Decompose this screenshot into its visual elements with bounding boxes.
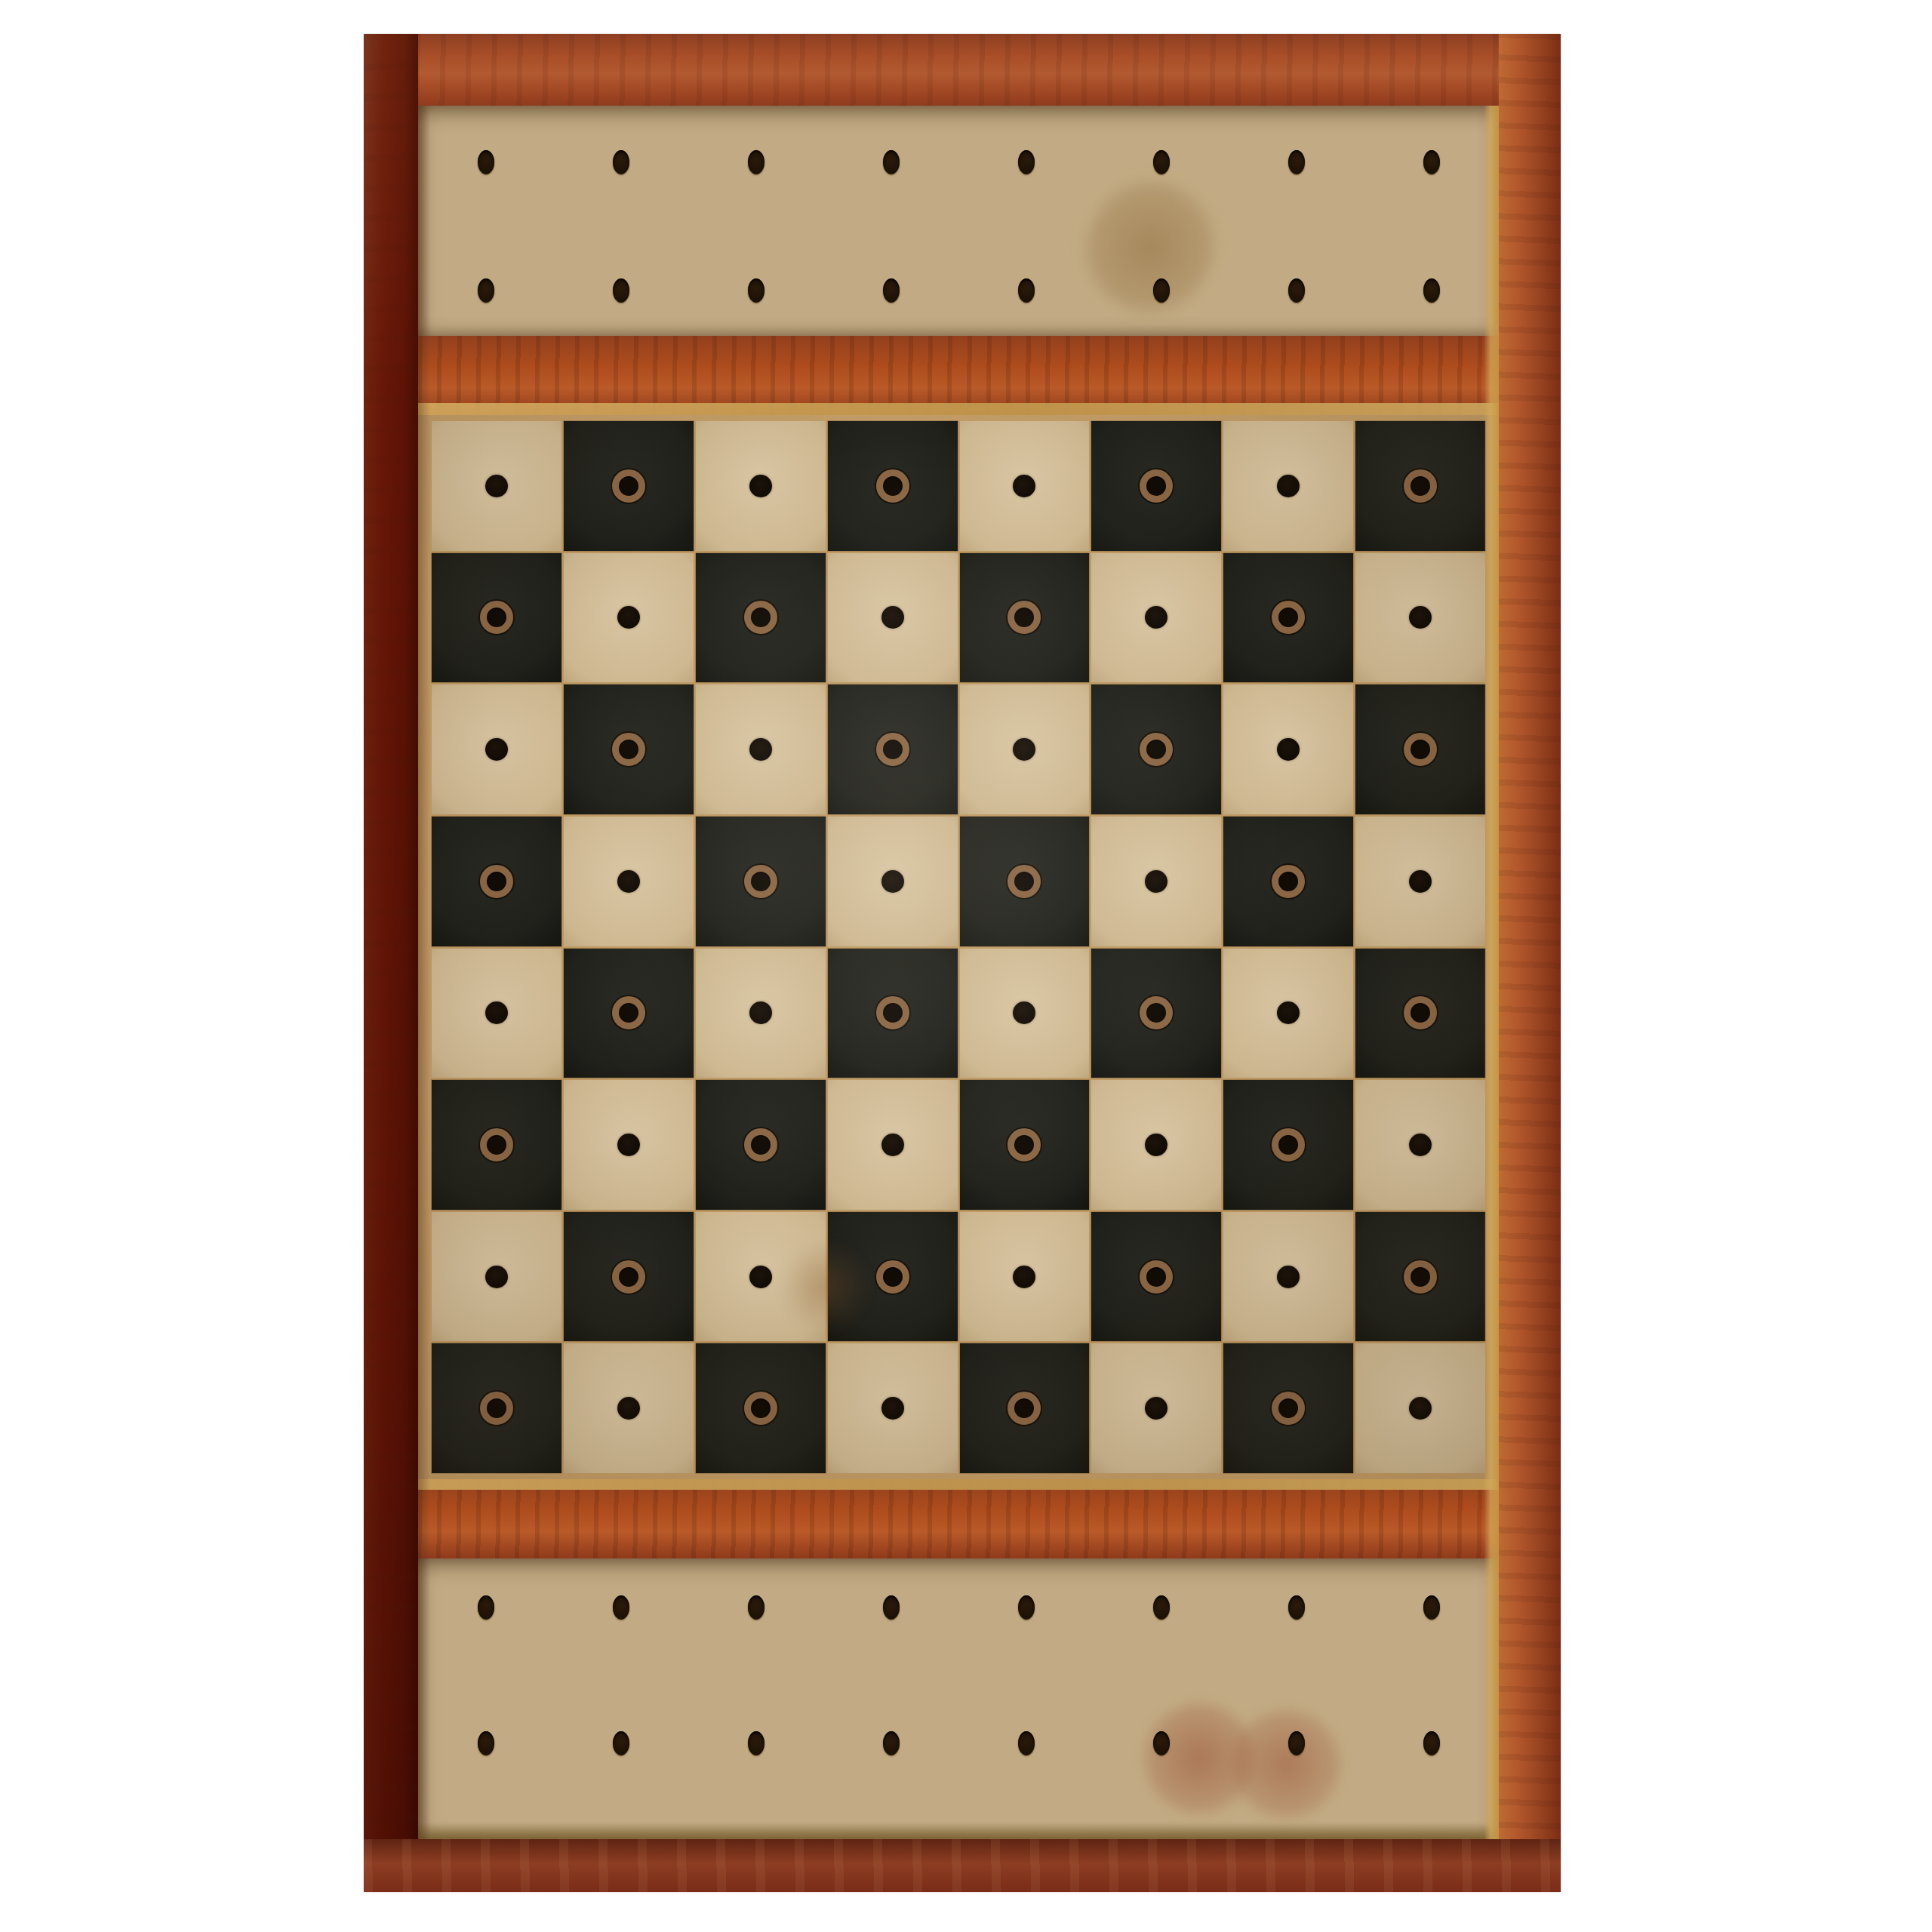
peg-hole-g1 — [1272, 1392, 1305, 1425]
square-b4 — [564, 949, 694, 1078]
peg-hole-d4 — [876, 996, 909, 1029]
square-e4 — [960, 949, 1090, 1078]
storage-tray-top — [418, 106, 1499, 336]
square-g8 — [1223, 421, 1353, 551]
peg-hole-h4 — [1404, 996, 1437, 1029]
tray-stain-diamond — [1057, 154, 1243, 341]
peg-hole-b2 — [612, 1260, 645, 1294]
peg-hole-f4 — [1140, 996, 1173, 1029]
square-c8 — [696, 421, 826, 551]
square-g6 — [1223, 685, 1353, 814]
peg-hole-e5 — [1008, 865, 1041, 898]
tray-hole-bottom-r2-c1 — [478, 1731, 494, 1755]
peg-hole-a7 — [480, 601, 513, 634]
peg-hole-d3 — [881, 1134, 904, 1156]
square-g4 — [1223, 949, 1353, 1078]
peg-hole-c3 — [744, 1128, 777, 1161]
peg-hole-g8 — [1277, 475, 1300, 497]
peg-hole-h2 — [1404, 1260, 1437, 1294]
tray-hole-bottom-r1-c8 — [1423, 1595, 1440, 1620]
peg-hole-d2 — [876, 1260, 909, 1294]
separator-bar-bottom — [418, 1479, 1499, 1558]
square-d7 — [828, 553, 958, 683]
square-g3 — [1223, 1080, 1353, 1210]
square-e1 — [960, 1343, 1090, 1473]
tray-hole-top-r2-c6 — [1153, 278, 1170, 303]
square-d2 — [828, 1212, 958, 1342]
peg-hole-b7 — [617, 606, 640, 629]
peg-hole-g3 — [1272, 1128, 1305, 1161]
square-b2 — [564, 1212, 694, 1342]
square-b7 — [564, 553, 694, 683]
square-h1 — [1355, 1343, 1485, 1473]
chessboard — [432, 421, 1485, 1473]
tray-hole-bottom-r1-c2 — [613, 1595, 629, 1620]
square-a6 — [432, 685, 561, 814]
tray-bottom-row-1 — [418, 1595, 1499, 1620]
peg-hole-b6 — [612, 733, 645, 766]
tray-hole-bottom-r2-c7 — [1288, 1731, 1305, 1755]
square-c4 — [696, 949, 826, 1078]
square-c5 — [696, 817, 826, 946]
square-a4 — [432, 949, 561, 1078]
tray-hole-top-r2-c1 — [478, 278, 494, 303]
peg-hole-h8 — [1404, 469, 1437, 503]
peg-hole-d5 — [881, 870, 904, 893]
square-d8 — [828, 421, 958, 551]
peg-hole-f2 — [1140, 1260, 1173, 1294]
square-b5 — [564, 817, 694, 946]
frame-rail-left — [364, 34, 418, 1892]
peg-hole-g4 — [1277, 1001, 1300, 1024]
square-d3 — [828, 1080, 958, 1210]
square-d1 — [828, 1343, 958, 1473]
peg-hole-a8 — [485, 475, 508, 497]
tray-hole-bottom-r1-c6 — [1153, 1595, 1170, 1620]
peg-hole-b5 — [617, 870, 640, 893]
square-g2 — [1223, 1212, 1353, 1342]
storage-tray-bottom — [418, 1558, 1499, 1839]
square-h2 — [1355, 1212, 1485, 1342]
square-f3 — [1091, 1080, 1221, 1210]
frame-rail-top — [364, 34, 1561, 106]
peg-hole-c2 — [749, 1266, 772, 1288]
tray-stain-heart-lobe — [1229, 1709, 1343, 1819]
square-e5 — [960, 817, 1090, 946]
square-h3 — [1355, 1080, 1485, 1210]
square-b3 — [564, 1080, 694, 1210]
tray-hole-bottom-r2-c5 — [1018, 1731, 1035, 1755]
peg-hole-b3 — [617, 1134, 640, 1156]
tray-hole-top-r2-c8 — [1423, 278, 1440, 303]
square-g1 — [1223, 1343, 1353, 1473]
tray-hole-bottom-r1-c4 — [883, 1595, 900, 1620]
tray-hole-top-r2-c2 — [613, 278, 629, 303]
square-c2 — [696, 1212, 826, 1342]
square-e3 — [960, 1080, 1090, 1210]
tray-hole-bottom-r2-c8 — [1423, 1731, 1440, 1755]
tray-hole-bottom-r1-c3 — [748, 1595, 764, 1620]
tray-hole-top-r2-c7 — [1288, 278, 1305, 303]
peg-hole-c4 — [749, 1001, 772, 1024]
square-g5 — [1223, 817, 1353, 946]
peg-hole-f7 — [1145, 606, 1168, 629]
peg-hole-b1 — [617, 1397, 640, 1420]
peg-hole-d8 — [876, 469, 909, 503]
square-h8 — [1355, 421, 1485, 551]
tray-hole-bottom-r2-c2 — [613, 1731, 629, 1755]
square-f4 — [1091, 949, 1221, 1078]
peg-hole-a6 — [485, 738, 508, 761]
tray-hole-top-r1-c6 — [1153, 150, 1170, 174]
peg-hole-h7 — [1409, 606, 1432, 629]
square-f1 — [1091, 1343, 1221, 1473]
tray-hole-top-r2-c5 — [1018, 278, 1035, 303]
peg-hole-h3 — [1409, 1134, 1432, 1156]
square-f2 — [1091, 1212, 1221, 1342]
tray-hole-top-r1-c8 — [1423, 150, 1440, 174]
tray-stain-heart — [1143, 1702, 1256, 1815]
peg-hole-e8 — [1013, 475, 1035, 497]
square-c1 — [696, 1343, 826, 1473]
frame-rail-bottom — [364, 1839, 1561, 1892]
square-a2 — [432, 1212, 561, 1342]
peg-hole-e6 — [1013, 738, 1035, 761]
square-a7 — [432, 553, 561, 683]
tray-hole-bottom-r2-c4 — [883, 1731, 900, 1755]
peg-hole-g2 — [1277, 1266, 1300, 1288]
square-f8 — [1091, 421, 1221, 551]
square-h7 — [1355, 553, 1485, 683]
tray-hole-bottom-r1-c1 — [478, 1595, 494, 1620]
peg-hole-f8 — [1140, 469, 1173, 503]
peg-hole-d1 — [881, 1397, 904, 1420]
square-a8 — [432, 421, 561, 551]
square-b1 — [564, 1343, 694, 1473]
peg-hole-f5 — [1145, 870, 1168, 893]
tray-top-row-2 — [418, 278, 1499, 303]
square-e8 — [960, 421, 1090, 551]
tray-hole-bottom-r1-c5 — [1018, 1595, 1035, 1620]
peg-hole-f1 — [1145, 1397, 1168, 1420]
tray-bottom-row-2 — [418, 1730, 1499, 1756]
peg-hole-f6 — [1140, 733, 1173, 766]
tray-hole-bottom-r2-c3 — [748, 1731, 764, 1755]
square-c6 — [696, 685, 826, 814]
peg-hole-e2 — [1013, 1266, 1035, 1288]
tray-hole-top-r2-c3 — [748, 278, 764, 303]
peg-hole-e3 — [1008, 1128, 1041, 1161]
peg-hole-d7 — [881, 606, 904, 629]
square-h6 — [1355, 685, 1485, 814]
square-e6 — [960, 685, 1090, 814]
peg-hole-a1 — [480, 1392, 513, 1425]
square-h4 — [1355, 949, 1485, 1078]
square-g7 — [1223, 553, 1353, 683]
peg-hole-h6 — [1404, 733, 1437, 766]
square-d5 — [828, 817, 958, 946]
square-a3 — [432, 1080, 561, 1210]
tray-hole-top-r2-c4 — [883, 278, 900, 303]
tray-hole-top-r1-c2 — [613, 150, 629, 174]
peg-hole-e1 — [1008, 1392, 1041, 1425]
square-c3 — [696, 1080, 826, 1210]
tray-hole-top-r1-c1 — [478, 150, 494, 174]
peg-hole-c6 — [749, 738, 772, 761]
square-e2 — [960, 1212, 1090, 1342]
square-a1 — [432, 1343, 561, 1473]
peg-hole-a4 — [485, 1001, 508, 1024]
peg-hole-f3 — [1145, 1134, 1168, 1156]
peg-hole-c1 — [744, 1392, 777, 1425]
square-a5 — [432, 817, 561, 946]
tray-hole-bottom-r1-c7 — [1288, 1595, 1305, 1620]
peg-hole-d6 — [876, 733, 909, 766]
peg-hole-h1 — [1409, 1397, 1432, 1420]
tray-top-row-1 — [418, 149, 1499, 175]
square-d4 — [828, 949, 958, 1078]
peg-chessboard — [364, 34, 1561, 1892]
tray-hole-bottom-r2-c6 — [1153, 1731, 1170, 1755]
square-f5 — [1091, 817, 1221, 946]
peg-hole-h5 — [1409, 870, 1432, 893]
board-area — [418, 415, 1499, 1479]
square-b8 — [564, 421, 694, 551]
peg-hole-b4 — [612, 996, 645, 1029]
tray-hole-top-r1-c3 — [748, 150, 764, 174]
tray-hole-top-r1-c7 — [1288, 150, 1305, 174]
frame-rail-right — [1499, 34, 1561, 1892]
peg-hole-g6 — [1277, 738, 1300, 761]
peg-hole-c7 — [744, 601, 777, 634]
square-e7 — [960, 553, 1090, 683]
square-f6 — [1091, 685, 1221, 814]
tray-hole-top-r1-c5 — [1018, 150, 1035, 174]
square-b6 — [564, 685, 694, 814]
peg-hole-c8 — [749, 475, 772, 497]
square-f7 — [1091, 553, 1221, 683]
peg-hole-e4 — [1013, 1001, 1035, 1024]
photo-background — [0, 0, 1932, 1932]
square-c7 — [696, 553, 826, 683]
peg-hole-a5 — [480, 865, 513, 898]
peg-hole-a2 — [485, 1266, 508, 1288]
square-d6 — [828, 685, 958, 814]
tray-hole-top-r1-c4 — [883, 150, 900, 174]
peg-hole-g7 — [1272, 601, 1305, 634]
square-h5 — [1355, 817, 1485, 946]
peg-hole-a3 — [480, 1128, 513, 1161]
peg-hole-e7 — [1008, 601, 1041, 634]
peg-hole-g5 — [1272, 865, 1305, 898]
peg-hole-b8 — [612, 469, 645, 503]
separator-bar-top — [418, 336, 1499, 415]
peg-hole-c5 — [744, 865, 777, 898]
